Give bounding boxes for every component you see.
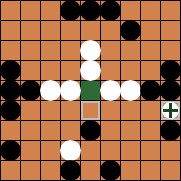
board-cell-r8c0[interactable] bbox=[1, 161, 21, 181]
board-cell-r7c8[interactable] bbox=[161, 141, 181, 161]
board-cell-r8c7[interactable] bbox=[141, 161, 161, 181]
board-cell-r0c5[interactable] bbox=[101, 1, 121, 21]
black-stone[interactable] bbox=[0, 100, 21, 121]
board-cell-r1c2[interactable] bbox=[41, 21, 61, 41]
gray-outline-square[interactable] bbox=[81, 101, 101, 121]
board-cell-r7c3[interactable] bbox=[61, 141, 81, 161]
board-cell-r2c5[interactable] bbox=[101, 41, 121, 61]
black-stone[interactable] bbox=[120, 20, 141, 41]
board-cell-r2c2[interactable] bbox=[41, 41, 61, 61]
board-cell-r8c3[interactable] bbox=[61, 161, 81, 181]
board-cell-r7c2[interactable] bbox=[41, 141, 61, 161]
board-cell-r7c7[interactable] bbox=[141, 141, 161, 161]
board-cell-r7c4[interactable] bbox=[81, 141, 101, 161]
board-cell-r7c1[interactable] bbox=[21, 141, 41, 161]
white-stone[interactable] bbox=[80, 60, 101, 81]
board-cell-r2c7[interactable] bbox=[141, 41, 161, 61]
board-cell-r6c3[interactable] bbox=[61, 121, 81, 141]
black-stone[interactable] bbox=[0, 60, 21, 81]
board-cell-r5c6[interactable] bbox=[121, 101, 141, 121]
board-cell-r0c8[interactable] bbox=[161, 1, 181, 21]
board-cell-r1c4[interactable] bbox=[81, 21, 101, 41]
board-cell-r1c6[interactable] bbox=[121, 21, 141, 41]
board-cell-r4c1[interactable] bbox=[21, 81, 41, 101]
white-stone[interactable] bbox=[60, 80, 81, 101]
board-cell-r0c2[interactable] bbox=[41, 1, 61, 21]
board-cell-r6c5[interactable] bbox=[101, 121, 121, 141]
board-cell-r4c6[interactable] bbox=[121, 81, 141, 101]
board-cell-r3c4[interactable] bbox=[81, 61, 101, 81]
board-cell-r6c2[interactable] bbox=[41, 121, 61, 141]
board-cell-r3c2[interactable] bbox=[41, 61, 61, 81]
green-highlight-square[interactable] bbox=[81, 81, 101, 101]
board-cell-r3c0[interactable] bbox=[1, 61, 21, 81]
board-cell-r4c5[interactable] bbox=[101, 81, 121, 101]
board-cell-r4c3[interactable] bbox=[61, 81, 81, 101]
black-stone[interactable] bbox=[160, 60, 181, 81]
board-cell-r1c1[interactable] bbox=[21, 21, 41, 41]
board-cell-r6c7[interactable] bbox=[141, 121, 161, 141]
black-stone[interactable] bbox=[80, 120, 101, 141]
board-cell-r2c8[interactable] bbox=[161, 41, 181, 61]
board-cell-r7c5[interactable] bbox=[101, 141, 121, 161]
black-stone[interactable] bbox=[100, 0, 121, 21]
board-cell-r1c3[interactable] bbox=[61, 21, 81, 41]
black-stone[interactable] bbox=[60, 160, 81, 181]
white-stone[interactable] bbox=[60, 140, 81, 161]
board-cell-r8c1[interactable] bbox=[21, 161, 41, 181]
board-cell-r4c7[interactable] bbox=[141, 81, 161, 101]
black-stone[interactable] bbox=[60, 0, 81, 21]
board-cell-r0c6[interactable] bbox=[121, 1, 141, 21]
board-cell-r0c4[interactable] bbox=[81, 1, 101, 21]
board-cell-r2c1[interactable] bbox=[21, 41, 41, 61]
black-stone[interactable] bbox=[140, 80, 161, 101]
black-stone[interactable] bbox=[160, 80, 181, 101]
board-cell-r5c1[interactable] bbox=[21, 101, 41, 121]
board-cell-r1c8[interactable] bbox=[161, 21, 181, 41]
black-stone[interactable] bbox=[20, 80, 41, 101]
board-cell-r5c0[interactable] bbox=[1, 101, 21, 121]
board-cell-r3c6[interactable] bbox=[121, 61, 141, 81]
board-cell-r1c5[interactable] bbox=[101, 21, 121, 41]
board-cell-r4c0[interactable] bbox=[1, 81, 21, 101]
board-cell-r0c0[interactable] bbox=[1, 1, 21, 21]
black-stone[interactable] bbox=[160, 120, 181, 141]
board-cell-r2c4[interactable] bbox=[81, 41, 101, 61]
board-cell-r2c0[interactable] bbox=[1, 41, 21, 61]
board-cell-r2c3[interactable] bbox=[61, 41, 81, 61]
black-stone[interactable] bbox=[80, 0, 101, 21]
black-stone[interactable] bbox=[100, 160, 121, 181]
board-cell-r7c6[interactable] bbox=[121, 141, 141, 161]
board-cell-r8c2[interactable] bbox=[41, 161, 61, 181]
board-cell-r5c7[interactable] bbox=[141, 101, 161, 121]
board-cell-r6c0[interactable] bbox=[1, 121, 21, 141]
black-stone[interactable] bbox=[0, 140, 21, 161]
board-cell-r8c6[interactable] bbox=[121, 161, 141, 181]
board-cell-r3c8[interactable] bbox=[161, 61, 181, 81]
board-cell-r5c5[interactable] bbox=[101, 101, 121, 121]
board-cell-r8c5[interactable] bbox=[101, 161, 121, 181]
board-cell-r3c1[interactable] bbox=[21, 61, 41, 81]
board-cell-r2c6[interactable] bbox=[121, 41, 141, 61]
board-cell-r4c8[interactable] bbox=[161, 81, 181, 101]
board-cell-r3c3[interactable] bbox=[61, 61, 81, 81]
board-cell-r3c7[interactable] bbox=[141, 61, 161, 81]
board-cell-r5c2[interactable] bbox=[41, 101, 61, 121]
board-cell-r4c2[interactable] bbox=[41, 81, 61, 101]
board-cell-r5c3[interactable] bbox=[61, 101, 81, 121]
board-cell-r6c8[interactable] bbox=[161, 121, 181, 141]
board-cell-r7c0[interactable] bbox=[1, 141, 21, 161]
board-cell-r0c7[interactable] bbox=[141, 1, 161, 21]
game-board bbox=[0, 0, 181, 181]
white-stone[interactable] bbox=[80, 40, 101, 61]
white-stone[interactable] bbox=[120, 80, 141, 101]
board-cell-r8c8[interactable] bbox=[161, 161, 181, 181]
board-cell-r6c4[interactable] bbox=[81, 121, 101, 141]
board-cell-r0c3[interactable] bbox=[61, 1, 81, 21]
board-cell-r3c5[interactable] bbox=[101, 61, 121, 81]
board-cell-r6c6[interactable] bbox=[121, 121, 141, 141]
white-stone[interactable] bbox=[100, 80, 121, 101]
board-cell-r6c1[interactable] bbox=[21, 121, 41, 141]
board-cell-r1c0[interactable] bbox=[1, 21, 21, 41]
board-cell-r0c1[interactable] bbox=[21, 1, 41, 21]
cross-icon bbox=[169, 103, 172, 118]
white-stone[interactable] bbox=[40, 80, 61, 101]
board-cell-r1c7[interactable] bbox=[141, 21, 161, 41]
black-stone[interactable] bbox=[0, 80, 21, 101]
cross-target-cell[interactable] bbox=[161, 101, 181, 121]
board-cell-r8c4[interactable] bbox=[81, 161, 101, 181]
cross-target-piece[interactable] bbox=[162, 102, 179, 119]
